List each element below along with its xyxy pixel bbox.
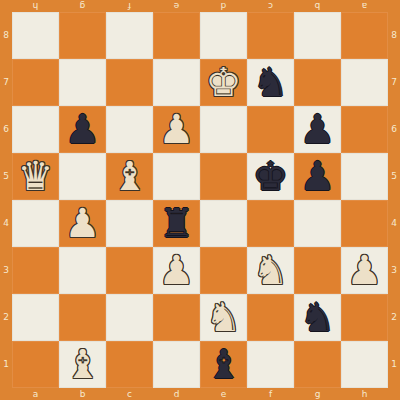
white-bishop[interactable]: ♝ bbox=[112, 153, 148, 200]
file-label-top-h: h bbox=[12, 0, 59, 12]
square-g5[interactable]: ♟ bbox=[294, 153, 341, 200]
square-f1[interactable] bbox=[247, 341, 294, 388]
black-pawn[interactable]: ♟ bbox=[300, 106, 336, 153]
rank-label-left-4: 4 bbox=[0, 200, 12, 247]
square-f3[interactable]: ♞ bbox=[247, 247, 294, 294]
square-e3[interactable] bbox=[200, 247, 247, 294]
square-h3[interactable]: ♟ bbox=[341, 247, 388, 294]
square-e7[interactable]: ♚ bbox=[200, 59, 247, 106]
square-b6[interactable]: ♟ bbox=[59, 106, 106, 153]
file-label-top-c: c bbox=[247, 0, 294, 12]
square-d4[interactable]: ♜ bbox=[153, 200, 200, 247]
white-pawn[interactable]: ♟ bbox=[159, 247, 195, 294]
file-label-top-g: g bbox=[59, 0, 106, 12]
white-king[interactable]: ♚ bbox=[206, 59, 242, 106]
file-label-e: e bbox=[200, 388, 247, 400]
white-knight[interactable]: ♞ bbox=[253, 247, 289, 294]
file-label-d: d bbox=[153, 388, 200, 400]
square-a5[interactable]: ♛ bbox=[12, 153, 59, 200]
square-h5[interactable] bbox=[341, 153, 388, 200]
rank-label-right-7: 7 bbox=[388, 59, 400, 106]
square-f7[interactable]: ♞ bbox=[247, 59, 294, 106]
square-b1[interactable]: ♝ bbox=[59, 341, 106, 388]
square-c6[interactable] bbox=[106, 106, 153, 153]
white-pawn[interactable]: ♟ bbox=[347, 247, 383, 294]
square-c8[interactable] bbox=[106, 12, 153, 59]
square-h8[interactable] bbox=[341, 12, 388, 59]
square-b4[interactable]: ♟ bbox=[59, 200, 106, 247]
rank-label-left-1: 1 bbox=[0, 341, 12, 388]
square-c3[interactable] bbox=[106, 247, 153, 294]
square-g3[interactable] bbox=[294, 247, 341, 294]
square-b8[interactable] bbox=[59, 12, 106, 59]
rank-label-left-8: 8 bbox=[0, 12, 12, 59]
black-king[interactable]: ♚ bbox=[253, 153, 289, 200]
file-label-g: g bbox=[294, 388, 341, 400]
square-c2[interactable] bbox=[106, 294, 153, 341]
rank-label-left-5: 5 bbox=[0, 153, 12, 200]
white-knight[interactable]: ♞ bbox=[206, 294, 242, 341]
rank-label-left-2: 2 bbox=[0, 294, 12, 341]
square-d7[interactable] bbox=[153, 59, 200, 106]
square-d1[interactable] bbox=[153, 341, 200, 388]
file-label-a: a bbox=[12, 388, 59, 400]
black-knight[interactable]: ♞ bbox=[300, 294, 336, 341]
square-d8[interactable] bbox=[153, 12, 200, 59]
chess-board: ♚♞♟♟♟♛♝♚♟♟♜♟♞♟♞♞♝♝ bbox=[12, 12, 388, 388]
rank-label-right-2: 2 bbox=[388, 294, 400, 341]
black-rook[interactable]: ♜ bbox=[159, 200, 195, 247]
rank-label-right-3: 3 bbox=[388, 247, 400, 294]
file-label-top-b: b bbox=[294, 0, 341, 12]
file-labels-top: abcdefgh bbox=[12, 0, 388, 12]
rank-labels-right: 87654321 bbox=[388, 12, 400, 388]
square-a8[interactable] bbox=[12, 12, 59, 59]
square-h7[interactable] bbox=[341, 59, 388, 106]
white-pawn[interactable]: ♟ bbox=[159, 106, 195, 153]
file-label-top-f: f bbox=[106, 0, 153, 12]
square-h1[interactable] bbox=[341, 341, 388, 388]
square-a7[interactable] bbox=[12, 59, 59, 106]
file-labels-bottom: abcdefgh bbox=[12, 388, 388, 400]
rank-label-right-8: 8 bbox=[388, 12, 400, 59]
rank-label-right-6: 6 bbox=[388, 106, 400, 153]
square-c5[interactable]: ♝ bbox=[106, 153, 153, 200]
file-label-f: f bbox=[247, 388, 294, 400]
square-e8[interactable] bbox=[200, 12, 247, 59]
square-b5[interactable] bbox=[59, 153, 106, 200]
rank-label-right-1: 1 bbox=[388, 341, 400, 388]
square-g7[interactable] bbox=[294, 59, 341, 106]
square-c7[interactable] bbox=[106, 59, 153, 106]
square-f5[interactable]: ♚ bbox=[247, 153, 294, 200]
square-d5[interactable] bbox=[153, 153, 200, 200]
black-bishop[interactable]: ♝ bbox=[206, 341, 242, 388]
square-d2[interactable] bbox=[153, 294, 200, 341]
black-pawn[interactable]: ♟ bbox=[300, 153, 336, 200]
chess-board-frame: abcdefgh abcdefgh 87654321 87654321 ♚♞♟♟… bbox=[0, 0, 400, 400]
square-f4[interactable] bbox=[247, 200, 294, 247]
square-b7[interactable] bbox=[59, 59, 106, 106]
square-g2[interactable]: ♞ bbox=[294, 294, 341, 341]
square-e6[interactable] bbox=[200, 106, 247, 153]
white-pawn[interactable]: ♟ bbox=[65, 200, 101, 247]
square-e4[interactable] bbox=[200, 200, 247, 247]
square-a3[interactable] bbox=[12, 247, 59, 294]
square-h2[interactable] bbox=[341, 294, 388, 341]
square-h4[interactable] bbox=[341, 200, 388, 247]
black-pawn[interactable]: ♟ bbox=[65, 106, 101, 153]
rank-labels-left: 87654321 bbox=[0, 12, 12, 388]
square-e1[interactable]: ♝ bbox=[200, 341, 247, 388]
square-a2[interactable] bbox=[12, 294, 59, 341]
square-a4[interactable] bbox=[12, 200, 59, 247]
white-bishop[interactable]: ♝ bbox=[65, 341, 101, 388]
square-f2[interactable] bbox=[247, 294, 294, 341]
square-b2[interactable] bbox=[59, 294, 106, 341]
file-label-h: h bbox=[341, 388, 388, 400]
file-label-b: b bbox=[59, 388, 106, 400]
square-a6[interactable] bbox=[12, 106, 59, 153]
rank-label-left-3: 3 bbox=[0, 247, 12, 294]
square-e2[interactable]: ♞ bbox=[200, 294, 247, 341]
square-c1[interactable] bbox=[106, 341, 153, 388]
white-queen[interactable]: ♛ bbox=[18, 153, 54, 200]
file-label-top-d: d bbox=[200, 0, 247, 12]
square-g4[interactable] bbox=[294, 200, 341, 247]
square-e5[interactable] bbox=[200, 153, 247, 200]
square-c4[interactable] bbox=[106, 200, 153, 247]
file-label-top-a: a bbox=[341, 0, 388, 12]
square-a1[interactable] bbox=[12, 341, 59, 388]
square-g8[interactable] bbox=[294, 12, 341, 59]
square-f8[interactable] bbox=[247, 12, 294, 59]
square-b3[interactable] bbox=[59, 247, 106, 294]
rank-label-right-5: 5 bbox=[388, 153, 400, 200]
square-d3[interactable]: ♟ bbox=[153, 247, 200, 294]
rank-label-right-4: 4 bbox=[388, 200, 400, 247]
square-f6[interactable] bbox=[247, 106, 294, 153]
square-g6[interactable]: ♟ bbox=[294, 106, 341, 153]
file-label-c: c bbox=[106, 388, 153, 400]
rank-label-left-7: 7 bbox=[0, 59, 12, 106]
square-g1[interactable] bbox=[294, 341, 341, 388]
file-label-top-e: e bbox=[153, 0, 200, 12]
black-knight[interactable]: ♞ bbox=[253, 59, 289, 106]
rank-label-left-6: 6 bbox=[0, 106, 12, 153]
square-h6[interactable] bbox=[341, 106, 388, 153]
square-d6[interactable]: ♟ bbox=[153, 106, 200, 153]
